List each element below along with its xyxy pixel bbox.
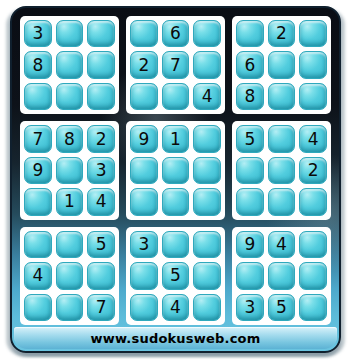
cell-digit: 2 [96,131,107,148]
cell-r4c6[interactable] [193,125,221,152]
cell-digit: 8 [32,57,43,74]
cell-r1c9[interactable] [299,20,327,47]
cell-r5c3[interactable]: 3 [87,157,115,184]
cell-r3c5[interactable] [162,83,190,110]
cell-r1c8[interactable]: 2 [268,20,296,47]
cell-r1c7[interactable] [236,20,264,47]
cell-r1c4[interactable] [130,20,158,47]
cell-digit: 5 [170,267,181,284]
cell-r3c8[interactable] [268,83,296,110]
cell-r5c4[interactable] [130,157,158,184]
cell-r3c2[interactable] [56,83,84,110]
cell-r8c4[interactable] [130,262,158,289]
cell-digit: 6 [170,25,181,42]
cell-r5c9[interactable]: 2 [299,157,327,184]
cell-r4c7[interactable]: 5 [236,125,264,152]
cell-r6c4[interactable] [130,188,158,215]
cell-digit: 9 [32,162,43,179]
box-6: 542 [232,121,331,219]
cell-digit: 8 [64,131,75,148]
cell-digit: 6 [244,57,255,74]
cell-r4c8[interactable] [268,125,296,152]
cell-digit: 4 [202,88,213,105]
cell-r8c6[interactable] [193,262,221,289]
cell-r4c3[interactable]: 2 [87,125,115,152]
cell-r2c2[interactable] [56,51,84,78]
cell-r8c8[interactable] [268,262,296,289]
cell-r7c9[interactable] [299,231,327,258]
cell-digit: 9 [138,131,149,148]
cell-r9c1[interactable] [24,294,52,321]
cell-r7c4[interactable]: 3 [130,231,158,258]
cell-r2c7[interactable]: 6 [236,51,264,78]
cell-r6c8[interactable] [268,188,296,215]
cell-r4c4[interactable]: 9 [130,125,158,152]
cell-r5c7[interactable] [236,157,264,184]
cell-digit: 5 [244,131,255,148]
cell-r6c5[interactable] [162,188,190,215]
cell-digit: 7 [32,131,43,148]
cell-r7c3[interactable]: 5 [87,231,115,258]
cell-r7c5[interactable] [162,231,190,258]
box-3: 268 [232,16,331,114]
cell-digit: 1 [170,131,181,148]
cell-r5c8[interactable] [268,157,296,184]
box-4: 7829314 [20,121,119,219]
cell-digit: 3 [138,236,149,253]
website-footer: www.sudokusweb.com [14,327,337,349]
cell-digit: 2 [138,57,149,74]
cell-r9c9[interactable] [299,294,327,321]
cell-r4c9[interactable]: 4 [299,125,327,152]
sudoku-page: 3862742687829314915425473549435 www.sudo… [0,0,350,360]
cell-r2c3[interactable] [87,51,115,78]
cell-r3c3[interactable] [87,83,115,110]
cell-digit: 9 [244,236,255,253]
cell-r9c4[interactable] [130,294,158,321]
cell-digit: 2 [308,162,319,179]
cell-r1c5[interactable]: 6 [162,20,190,47]
cell-r5c2[interactable] [56,157,84,184]
cell-digit: 2 [276,25,287,42]
cell-r3c4[interactable] [130,83,158,110]
cell-r7c2[interactable] [56,231,84,258]
cell-r9c3[interactable]: 7 [87,294,115,321]
cell-r2c5[interactable]: 7 [162,51,190,78]
cell-r4c2[interactable]: 8 [56,125,84,152]
cell-r6c7[interactable] [236,188,264,215]
box-2: 6274 [126,16,225,114]
cell-digit: 7 [96,299,107,316]
box-8: 354 [126,227,225,325]
box-5: 91 [126,121,225,219]
website-url: www.sudokusweb.com [91,331,261,346]
cell-digit: 4 [308,131,319,148]
cell-r8c5[interactable]: 5 [162,262,190,289]
cell-r2c6[interactable] [193,51,221,78]
cell-r3c9[interactable] [299,83,327,110]
box-9: 9435 [232,227,331,325]
cell-r1c1[interactable]: 3 [24,20,52,47]
cell-r6c3[interactable]: 4 [87,188,115,215]
cell-r3c1[interactable] [24,83,52,110]
cell-r8c9[interactable] [299,262,327,289]
cell-r8c7[interactable] [236,262,264,289]
cell-r2c1[interactable]: 8 [24,51,52,78]
cell-r1c3[interactable] [87,20,115,47]
cell-digit: 3 [96,162,107,179]
cell-digit: 4 [170,299,181,316]
sudoku-board: 3862742687829314915425473549435 [20,16,331,325]
cell-r7c1[interactable] [24,231,52,258]
board-frame: 3862742687829314915425473549435 www.sudo… [10,6,341,353]
cell-r9c8[interactable]: 5 [268,294,296,321]
cell-r9c5[interactable]: 4 [162,294,190,321]
cell-r8c1[interactable]: 4 [24,262,52,289]
cell-r2c9[interactable] [299,51,327,78]
cell-r8c2[interactable] [56,262,84,289]
cell-r7c6[interactable] [193,231,221,258]
cell-r4c5[interactable]: 1 [162,125,190,152]
cell-digit: 1 [64,193,75,210]
cell-r1c6[interactable] [193,20,221,47]
cell-r3c6[interactable]: 4 [193,83,221,110]
cell-r5c6[interactable] [193,157,221,184]
cell-digit: 5 [96,236,107,253]
cell-digit: 4 [32,267,43,284]
cell-r7c7[interactable]: 9 [236,231,264,258]
cell-r3c7[interactable]: 8 [236,83,264,110]
cell-r8c3[interactable] [87,262,115,289]
cell-r5c1[interactable]: 9 [24,157,52,184]
cell-r5c5[interactable] [162,157,190,184]
cell-digit: 4 [276,236,287,253]
cell-r2c4[interactable]: 2 [130,51,158,78]
cell-digit: 8 [244,88,255,105]
cell-digit: 3 [244,299,255,316]
cell-r9c2[interactable] [56,294,84,321]
cell-digit: 7 [170,57,181,74]
cell-r6c6[interactable] [193,188,221,215]
cell-r6c9[interactable] [299,188,327,215]
box-7: 547 [20,227,119,325]
cell-r9c7[interactable]: 3 [236,294,264,321]
cell-r1c2[interactable] [56,20,84,47]
cell-r9c6[interactable] [193,294,221,321]
cell-digit: 3 [32,25,43,42]
cell-r4c1[interactable]: 7 [24,125,52,152]
cell-r6c1[interactable] [24,188,52,215]
cell-r2c8[interactable] [268,51,296,78]
box-1: 38 [20,16,119,114]
cell-r6c2[interactable]: 1 [56,188,84,215]
cell-digit: 5 [276,299,287,316]
cell-r7c8[interactable]: 4 [268,231,296,258]
cell-digit: 4 [96,193,107,210]
